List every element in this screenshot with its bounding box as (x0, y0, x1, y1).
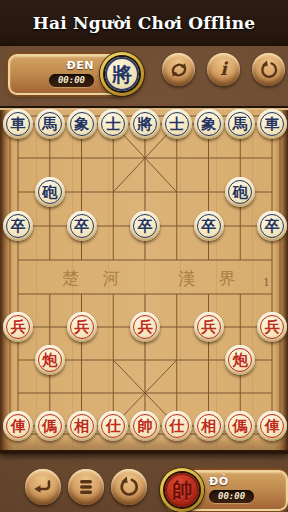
piece-ring: 兵 (260, 315, 284, 339)
piece-ring: 相 (70, 414, 94, 438)
piece-glyph: 相 (74, 418, 89, 433)
board-grid: 楚 河 漢 界 1 (0, 110, 288, 450)
piece-red[interactable]: 兵 (3, 312, 33, 342)
black-general-medallion: 將 (105, 57, 139, 91)
bottom-toolbar (25, 469, 147, 505)
piece-ring: 卒 (260, 214, 284, 238)
piece-glyph: 卒 (201, 218, 216, 233)
piece-red[interactable]: 兵 (194, 312, 224, 342)
piece-black[interactable]: 卒 (67, 211, 97, 241)
river-label-right: 漢 界 (178, 268, 244, 288)
piece-glyph: 士 (106, 116, 121, 131)
info-button[interactable]: i (207, 53, 240, 86)
piece-black[interactable]: 卒 (3, 211, 33, 241)
piece-ring: 傌 (228, 414, 252, 438)
piece-ring: 兵 (133, 315, 157, 339)
piece-ring: 兵 (70, 315, 94, 339)
piece-glyph: 象 (74, 116, 89, 131)
player-badge-red: 帥 (160, 468, 204, 512)
piece-red[interactable]: 傌 (35, 411, 65, 441)
piece-ring: 車 (260, 112, 284, 136)
restart-circle-icon (258, 59, 280, 81)
piece-ring: 相 (197, 414, 221, 438)
player-info-red: ĐỎ 00:00 (209, 475, 254, 503)
player-panel-red: 帥 ĐỎ 00:00 (165, 470, 288, 511)
piece-black[interactable]: 象 (194, 109, 224, 139)
piece-red[interactable]: 俥 (3, 411, 33, 441)
new-game-button[interactable] (252, 53, 285, 86)
piece-ring: 俥 (260, 414, 284, 438)
piece-glyph: 卒 (138, 218, 153, 233)
player-timer-red: 00:00 (209, 490, 254, 503)
piece-black[interactable]: 車 (3, 109, 33, 139)
piece-glyph: 仕 (106, 418, 121, 433)
piece-ring: 士 (165, 112, 189, 136)
piece-glyph: 兵 (138, 319, 153, 334)
piece-ring: 卒 (6, 214, 30, 238)
piece-glyph: 兵 (74, 319, 89, 334)
piece-glyph: 兵 (201, 319, 216, 334)
piece-glyph: 卒 (74, 218, 89, 233)
swap-arrows-icon (168, 59, 190, 81)
piece-ring: 車 (6, 112, 30, 136)
piece-black[interactable]: 卒 (257, 211, 287, 241)
piece-glyph: 炮 (233, 352, 248, 367)
piece-glyph: 卒 (11, 218, 26, 233)
piece-ring: 卒 (133, 214, 157, 238)
piece-glyph: 兵 (265, 319, 280, 334)
piece-ring: 仕 (165, 414, 189, 438)
piece-glyph: 車 (11, 116, 26, 131)
undo-arrow-icon (31, 475, 55, 499)
title-bar: Hai Người Chơi Offline (0, 0, 288, 46)
piece-ring: 兵 (197, 315, 221, 339)
river-label-left: 楚 河 (62, 268, 128, 288)
player-info-black: ĐEN 00:00 (49, 59, 94, 87)
page-title: Hai Người Chơi Offline (33, 13, 256, 33)
piece-glyph: 馬 (233, 116, 248, 131)
piece-glyph: 兵 (11, 319, 26, 334)
piece-black[interactable]: 馬 (35, 109, 65, 139)
piece-ring: 帥 (133, 414, 157, 438)
piece-glyph: 車 (265, 116, 280, 131)
black-general-glyph: 將 (112, 64, 132, 84)
piece-ring: 士 (101, 112, 125, 136)
undo-button[interactable] (25, 469, 61, 505)
piece-glyph: 俥 (11, 418, 26, 433)
app-screen: Hai Người Chơi Offline ĐEN 00:00 將 (0, 0, 288, 512)
piece-red[interactable]: 相 (194, 411, 224, 441)
restart-circle-icon (117, 475, 141, 499)
piece-glyph: 傌 (42, 418, 57, 433)
piece-black[interactable]: 將 (130, 109, 160, 139)
piece-ring: 仕 (101, 414, 125, 438)
piece-black[interactable]: 象 (67, 109, 97, 139)
red-general-glyph: 帥 (172, 480, 192, 500)
hamburger-menu-icon (74, 475, 98, 499)
river-file-number: 1 (263, 276, 270, 289)
player-name-red: ĐỎ (209, 475, 229, 488)
piece-red[interactable]: 帥 (130, 411, 160, 441)
player-badge-black: 將 (100, 52, 144, 96)
piece-glyph: 傌 (233, 418, 248, 433)
piece-red[interactable]: 相 (67, 411, 97, 441)
piece-ring: 象 (197, 112, 221, 136)
xiangqi-board[interactable]: 楚 河 漢 界 1 車馬象士將士象馬車砲砲卒卒卒卒卒兵兵兵兵兵炮炮俥傌相仕帥仕相… (0, 108, 288, 454)
piece-black[interactable]: 車 (257, 109, 287, 139)
piece-black[interactable]: 卒 (130, 211, 160, 241)
player-name-black: ĐEN (67, 59, 94, 72)
restart-button[interactable] (111, 469, 147, 505)
piece-ring: 象 (70, 112, 94, 136)
piece-red[interactable]: 兵 (130, 312, 160, 342)
player-panel-black: ĐEN 00:00 將 (8, 54, 124, 95)
piece-ring: 炮 (38, 348, 62, 372)
piece-glyph: 象 (201, 116, 216, 131)
info-icon: i (220, 60, 227, 78)
piece-glyph: 仕 (169, 418, 184, 433)
player-timer-black: 00:00 (49, 74, 94, 87)
piece-red[interactable]: 仕 (162, 411, 192, 441)
piece-ring: 卒 (197, 214, 221, 238)
piece-ring: 砲 (38, 180, 62, 204)
piece-glyph: 馬 (42, 116, 57, 131)
piece-red[interactable]: 炮 (35, 345, 65, 375)
piece-glyph: 俥 (265, 418, 280, 433)
piece-glyph: 砲 (233, 184, 248, 199)
piece-glyph: 士 (169, 116, 184, 131)
swap-sides-button[interactable] (162, 53, 195, 86)
piece-red[interactable]: 俥 (257, 411, 287, 441)
menu-button[interactable] (68, 469, 104, 505)
piece-ring: 炮 (228, 348, 252, 372)
piece-glyph: 將 (138, 116, 153, 131)
piece-red[interactable]: 兵 (67, 312, 97, 342)
piece-ring: 將 (133, 112, 157, 136)
piece-ring: 卒 (70, 214, 94, 238)
piece-black[interactable]: 士 (162, 109, 192, 139)
piece-ring: 馬 (228, 112, 252, 136)
top-toolbar: i (162, 53, 285, 86)
piece-glyph: 卒 (265, 218, 280, 233)
piece-ring: 俥 (6, 414, 30, 438)
piece-black[interactable]: 卒 (194, 211, 224, 241)
piece-red[interactable]: 兵 (257, 312, 287, 342)
red-general-medallion: 帥 (165, 473, 199, 507)
piece-ring: 兵 (6, 315, 30, 339)
piece-ring: 傌 (38, 414, 62, 438)
piece-black[interactable]: 砲 (35, 177, 65, 207)
piece-glyph: 帥 (138, 418, 153, 433)
piece-glyph: 砲 (42, 184, 57, 199)
piece-ring: 馬 (38, 112, 62, 136)
piece-glyph: 炮 (42, 352, 57, 367)
piece-glyph: 相 (201, 418, 216, 433)
piece-ring: 砲 (228, 180, 252, 204)
